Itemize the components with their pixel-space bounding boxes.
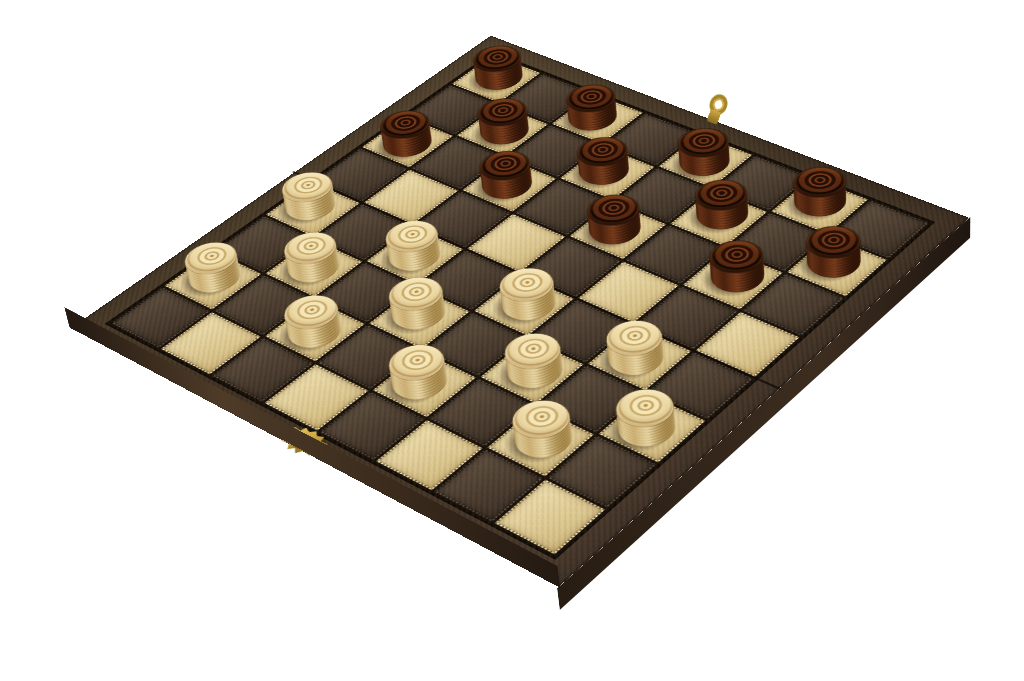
- brass-hanger-loop: [703, 92, 730, 126]
- checkers-board: [71, 36, 969, 587]
- hanger-tab: [706, 109, 721, 125]
- board-square[interactable]: [578, 262, 678, 323]
- board-scene: [163, 0, 876, 630]
- photo-background: [0, 0, 1024, 681]
- board-square[interactable]: [696, 312, 799, 376]
